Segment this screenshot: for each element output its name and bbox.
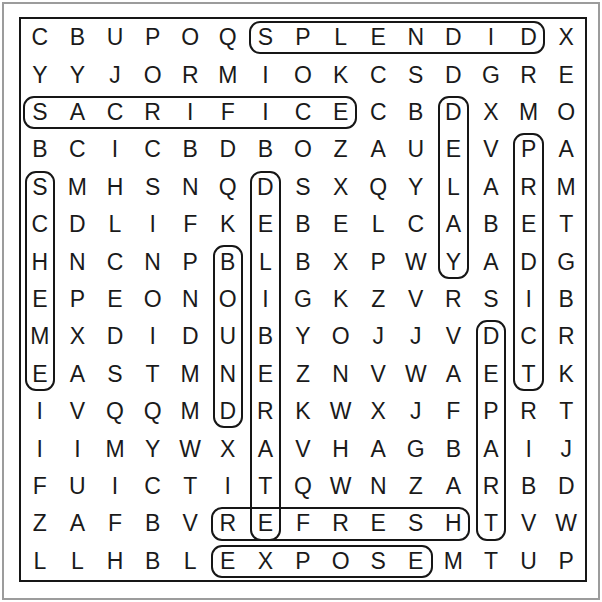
grid-cell[interactable]: B	[472, 206, 510, 243]
grid-cell[interactable]: A	[435, 206, 473, 243]
grid-cell[interactable]: C	[359, 56, 397, 93]
grid-cell[interactable]: L	[247, 243, 285, 280]
grid-cell[interactable]: Z	[284, 356, 322, 393]
grid-cell[interactable]: L	[21, 543, 59, 580]
grid-cell[interactable]: H	[322, 430, 360, 467]
grid-cell[interactable]: U	[96, 19, 134, 56]
grid-cell[interactable]: A	[547, 131, 585, 168]
grid-cell[interactable]: L	[435, 169, 473, 206]
word-search-page: CBUPOQSPLENDIDXYYJORMIOKCSDGRESACRIFICEC…	[0, 0, 602, 602]
grid-cell[interactable]: N	[171, 169, 209, 206]
grid-cell[interactable]: P	[359, 243, 397, 280]
grid-cell[interactable]: I	[134, 318, 172, 355]
grid-cell[interactable]: F	[171, 206, 209, 243]
grid-cell[interactable]: S	[21, 94, 59, 131]
grid-cell[interactable]: T	[247, 468, 285, 505]
grid-cell[interactable]: Y	[59, 56, 97, 93]
grid-cell[interactable]: P	[510, 131, 548, 168]
grid-cell[interactable]: C	[359, 94, 397, 131]
grid-cell[interactable]: A	[435, 468, 473, 505]
grid-cell[interactable]: W	[547, 505, 585, 542]
grid-cell[interactable]: A	[435, 356, 473, 393]
grid-cell[interactable]: C	[59, 131, 97, 168]
grid-cell[interactable]: D	[247, 169, 285, 206]
grid-cell[interactable]: N	[59, 243, 97, 280]
grid-cell[interactable]: R	[171, 56, 209, 93]
grid-cell[interactable]: T	[547, 206, 585, 243]
grid-cell[interactable]: B	[247, 318, 285, 355]
grid-cell[interactable]: B	[171, 131, 209, 168]
grid-cell[interactable]: A	[359, 430, 397, 467]
grid-cell[interactable]: Q	[209, 19, 247, 56]
grid-cell[interactable]: O	[134, 281, 172, 318]
grid-cell[interactable]: M	[171, 393, 209, 430]
grid-cell[interactable]: J	[96, 56, 134, 93]
grid-cell[interactable]: X	[59, 318, 97, 355]
grid-cell[interactable]: X	[322, 169, 360, 206]
grid-cell[interactable]: L	[322, 19, 360, 56]
grid-cell[interactable]: T	[510, 356, 548, 393]
grid-cell[interactable]: L	[96, 206, 134, 243]
grid-cell[interactable]: C	[510, 318, 548, 355]
grid-cell[interactable]: Y	[21, 56, 59, 93]
grid-cell[interactable]: X	[359, 393, 397, 430]
grid-cell[interactable]: I	[21, 393, 59, 430]
grid-cell[interactable]: U	[209, 318, 247, 355]
grid-cell[interactable]: O	[134, 56, 172, 93]
grid-cell[interactable]: P	[547, 543, 585, 580]
grid-cell[interactable]: G	[547, 243, 585, 280]
grid-cell[interactable]: U	[510, 543, 548, 580]
grid-cell[interactable]: F	[284, 505, 322, 542]
grid-cell[interactable]: S	[397, 505, 435, 542]
grid-cell[interactable]: D	[435, 94, 473, 131]
grid-cell[interactable]: D	[171, 318, 209, 355]
grid-cell[interactable]: I	[247, 281, 285, 318]
grid-cell[interactable]: V	[397, 281, 435, 318]
grid-cell[interactable]: F	[21, 468, 59, 505]
grid-cell[interactable]: E	[359, 19, 397, 56]
grid-cell[interactable]: V	[171, 505, 209, 542]
grid-cell[interactable]: R	[472, 468, 510, 505]
grid-cell[interactable]: N	[134, 243, 172, 280]
grid-cell[interactable]: E	[247, 505, 285, 542]
grid-cell[interactable]: E	[322, 94, 360, 131]
grid-cell[interactable]: V	[59, 393, 97, 430]
grid-cell[interactable]: Y	[397, 169, 435, 206]
grid-cell[interactable]: K	[322, 281, 360, 318]
grid-cell[interactable]: S	[134, 169, 172, 206]
grid-cell[interactable]: K	[284, 393, 322, 430]
grid-cell[interactable]: O	[171, 19, 209, 56]
grid-cell[interactable]: K	[547, 356, 585, 393]
grid-cell[interactable]: S	[247, 19, 285, 56]
grid-cell[interactable]: T	[547, 393, 585, 430]
grid-cell[interactable]: A	[59, 505, 97, 542]
grid-cell[interactable]: M	[21, 318, 59, 355]
grid-cell[interactable]: N	[171, 281, 209, 318]
grid-cell[interactable]: A	[359, 131, 397, 168]
grid-cell[interactable]: D	[96, 318, 134, 355]
grid-cell[interactable]: B	[134, 543, 172, 580]
grid-cell[interactable]: D	[59, 206, 97, 243]
grid-cell[interactable]: E	[510, 206, 548, 243]
grid-cell[interactable]: R	[435, 281, 473, 318]
grid-cell[interactable]: O	[322, 318, 360, 355]
grid-cell[interactable]: I	[171, 94, 209, 131]
grid-cell[interactable]: Q	[359, 169, 397, 206]
grid-cell[interactable]: C	[21, 206, 59, 243]
grid-cell[interactable]: T	[134, 356, 172, 393]
grid-cell[interactable]: E	[547, 56, 585, 93]
grid-cell[interactable]: M	[547, 169, 585, 206]
grid-cell[interactable]: T	[472, 505, 510, 542]
grid-cell[interactable]: C	[21, 19, 59, 56]
grid-cell[interactable]: S	[472, 281, 510, 318]
grid-cell[interactable]: P	[171, 243, 209, 280]
grid-cell[interactable]: B	[510, 468, 548, 505]
grid-cell[interactable]: C	[284, 94, 322, 131]
grid-cell[interactable]: M	[96, 430, 134, 467]
grid-cell[interactable]: L	[171, 543, 209, 580]
grid-cell[interactable]: S	[359, 543, 397, 580]
grid-cell[interactable]: N	[322, 356, 360, 393]
grid-cell[interactable]: R	[134, 94, 172, 131]
grid-cell[interactable]: F	[96, 505, 134, 542]
grid-cell[interactable]: D	[435, 19, 473, 56]
grid-cell[interactable]: V	[510, 505, 548, 542]
grid-cell[interactable]: C	[134, 131, 172, 168]
grid-cell[interactable]: B	[397, 94, 435, 131]
grid-cell[interactable]: C	[397, 206, 435, 243]
grid-cell[interactable]: E	[247, 356, 285, 393]
grid-cell[interactable]: B	[284, 243, 322, 280]
grid-cell[interactable]: B	[21, 131, 59, 168]
grid-cell[interactable]: S	[21, 169, 59, 206]
grid-cell[interactable]: Q	[209, 169, 247, 206]
grid-cell[interactable]: K	[209, 206, 247, 243]
grid-cell[interactable]: D	[547, 468, 585, 505]
grid-cell[interactable]: F	[209, 94, 247, 131]
grid-cell[interactable]: A	[472, 430, 510, 467]
grid-cell[interactable]: R	[510, 56, 548, 93]
grid-cell[interactable]: A	[59, 94, 97, 131]
grid-cell[interactable]: X	[547, 19, 585, 56]
grid-cell[interactable]: K	[322, 56, 360, 93]
grid-cell[interactable]: M	[171, 356, 209, 393]
grid-cell[interactable]: R	[209, 505, 247, 542]
grid-cell[interactable]: H	[21, 243, 59, 280]
grid-cell[interactable]: V	[284, 430, 322, 467]
grid-cell[interactable]: E	[322, 206, 360, 243]
grid-cell[interactable]: V	[359, 356, 397, 393]
grid-cell[interactable]: C	[96, 243, 134, 280]
grid-cell[interactable]: E	[21, 281, 59, 318]
grid-cell[interactable]: D	[209, 393, 247, 430]
grid-cell[interactable]: I	[134, 206, 172, 243]
grid-cell[interactable]: A	[472, 243, 510, 280]
grid-cell[interactable]: N	[359, 468, 397, 505]
grid-cell[interactable]: E	[397, 543, 435, 580]
grid-cell[interactable]: R	[547, 318, 585, 355]
grid-cell[interactable]: G	[284, 281, 322, 318]
grid-cell[interactable]: S	[96, 356, 134, 393]
grid-cell[interactable]: U	[59, 468, 97, 505]
grid-cell[interactable]: Q	[96, 393, 134, 430]
grid-cell[interactable]: R	[247, 393, 285, 430]
grid-cell[interactable]: I	[59, 430, 97, 467]
grid-cell[interactable]: V	[472, 131, 510, 168]
grid-cell[interactable]: P	[472, 393, 510, 430]
grid-cell[interactable]: E	[209, 543, 247, 580]
grid-cell[interactable]: J	[547, 430, 585, 467]
grid-cell[interactable]: J	[359, 318, 397, 355]
grid-cell[interactable]: M	[59, 169, 97, 206]
grid-cell[interactable]: Y	[435, 243, 473, 280]
grid-cell[interactable]: L	[359, 206, 397, 243]
grid-cell[interactable]: E	[247, 206, 285, 243]
grid-cell[interactable]: P	[134, 19, 172, 56]
grid-cell[interactable]: H	[435, 505, 473, 542]
grid-cell[interactable]: I	[21, 430, 59, 467]
grid-cell[interactable]: N	[397, 19, 435, 56]
grid-cell[interactable]: Y	[284, 318, 322, 355]
word-search-board: CBUPOQSPLENDIDXYYJORMIOKCSDGRESACRIFICEC…	[19, 17, 587, 582]
grid-cell[interactable]: Q	[284, 468, 322, 505]
grid-cell[interactable]: E	[359, 505, 397, 542]
grid-cell[interactable]: X	[247, 543, 285, 580]
grid-cell[interactable]: I	[472, 19, 510, 56]
grid-cell[interactable]: B	[209, 243, 247, 280]
grid-cell[interactable]: N	[209, 356, 247, 393]
grid-cell[interactable]: U	[397, 131, 435, 168]
grid-cell[interactable]: H	[96, 543, 134, 580]
grid-cell[interactable]: H	[96, 169, 134, 206]
grid-cell[interactable]: I	[96, 468, 134, 505]
grid-cell[interactable]: Z	[359, 281, 397, 318]
grid-cell[interactable]: G	[397, 430, 435, 467]
grid-cell[interactable]: A	[59, 356, 97, 393]
grid-cell[interactable]: O	[284, 56, 322, 93]
grid-cell[interactable]: B	[247, 131, 285, 168]
grid-cell[interactable]: X	[209, 430, 247, 467]
grid-cell[interactable]: O	[209, 281, 247, 318]
grid-cell[interactable]: I	[247, 56, 285, 93]
grid-cell[interactable]: R	[510, 169, 548, 206]
grid-cell[interactable]: L	[59, 543, 97, 580]
grid-cell[interactable]: B	[59, 19, 97, 56]
grid-cell[interactable]: W	[397, 243, 435, 280]
grid-cell[interactable]: J	[397, 393, 435, 430]
grid-cell[interactable]: P	[284, 543, 322, 580]
grid-cell[interactable]: C	[134, 468, 172, 505]
grid-cell[interactable]: I	[510, 430, 548, 467]
grid-cell[interactable]: G	[472, 56, 510, 93]
grid-cell[interactable]: O	[547, 94, 585, 131]
grid-cell[interactable]: I	[209, 468, 247, 505]
grid-cell[interactable]: R	[510, 393, 548, 430]
grid-cell[interactable]: V	[435, 318, 473, 355]
grid-cell[interactable]: Z	[21, 505, 59, 542]
grid-cell[interactable]: I	[247, 94, 285, 131]
grid-cell[interactable]: T	[472, 543, 510, 580]
grid-cell[interactable]: Q	[134, 393, 172, 430]
grid-cell[interactable]: D	[435, 56, 473, 93]
grid-cell[interactable]: B	[435, 430, 473, 467]
grid-cell[interactable]: J	[397, 318, 435, 355]
grid-cell[interactable]: E	[21, 356, 59, 393]
grid-cell[interactable]: M	[435, 543, 473, 580]
grid-cell[interactable]: Z	[322, 131, 360, 168]
letter-grid: CBUPOQSPLENDIDXYYJORMIOKCSDGRESACRIFICEC…	[21, 19, 585, 580]
grid-cell[interactable]: S	[284, 169, 322, 206]
grid-cell[interactable]: C	[96, 94, 134, 131]
grid-cell[interactable]: X	[322, 243, 360, 280]
grid-cell[interactable]: B	[284, 206, 322, 243]
grid-cell[interactable]: P	[59, 281, 97, 318]
grid-cell[interactable]: O	[284, 131, 322, 168]
grid-cell[interactable]: I	[510, 281, 548, 318]
grid-cell[interactable]: A	[247, 430, 285, 467]
grid-cell[interactable]: E	[435, 131, 473, 168]
grid-cell[interactable]: W	[322, 468, 360, 505]
grid-cell[interactable]: B	[134, 505, 172, 542]
grid-cell[interactable]: F	[435, 393, 473, 430]
grid-cell[interactable]: P	[284, 19, 322, 56]
grid-cell[interactable]: D	[510, 19, 548, 56]
grid-cell[interactable]: M	[209, 56, 247, 93]
grid-cell[interactable]: D	[510, 243, 548, 280]
grid-cell[interactable]: B	[547, 281, 585, 318]
grid-cell[interactable]: Z	[397, 468, 435, 505]
grid-cell[interactable]: E	[96, 281, 134, 318]
grid-cell[interactable]: D	[472, 318, 510, 355]
grid-cell[interactable]: W	[322, 393, 360, 430]
grid-cell[interactable]: X	[472, 94, 510, 131]
grid-cell[interactable]: W	[397, 356, 435, 393]
grid-cell[interactable]: M	[510, 94, 548, 131]
grid-cell[interactable]: S	[397, 56, 435, 93]
grid-cell[interactable]: I	[96, 131, 134, 168]
grid-cell[interactable]: E	[472, 356, 510, 393]
grid-cell[interactable]: T	[171, 468, 209, 505]
grid-cell[interactable]: R	[322, 505, 360, 542]
grid-cell[interactable]: D	[209, 131, 247, 168]
grid-cell[interactable]: Y	[134, 430, 172, 467]
grid-cell[interactable]: A	[472, 169, 510, 206]
grid-cell[interactable]: W	[171, 430, 209, 467]
grid-cell[interactable]: O	[322, 543, 360, 580]
